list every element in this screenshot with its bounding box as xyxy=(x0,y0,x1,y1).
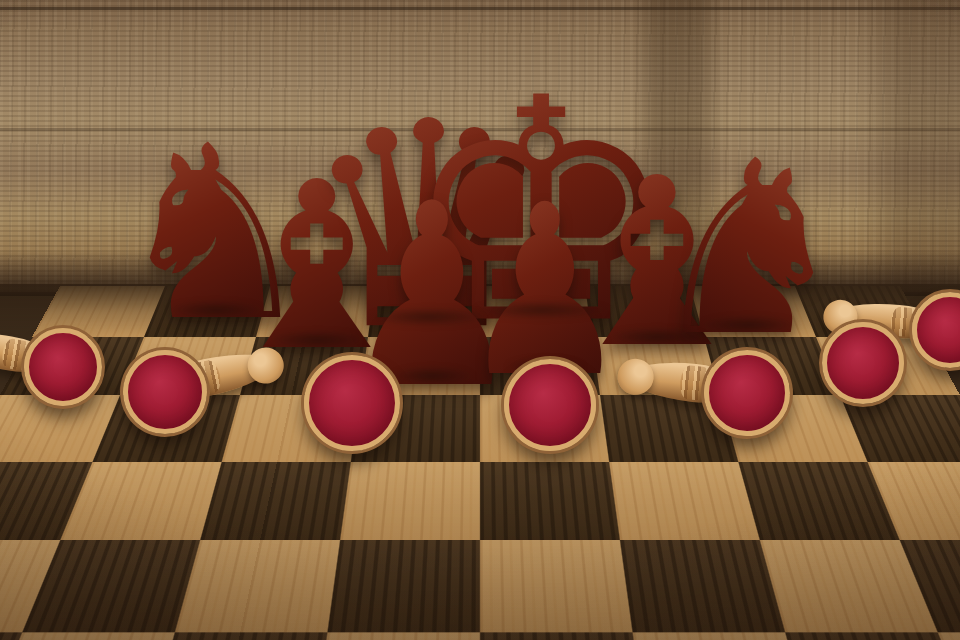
chess-photo-scene: ♞♝♛♚♝♞♟♟ xyxy=(0,0,960,640)
pawn-felt-base xyxy=(123,350,207,434)
pawn-felt-base xyxy=(704,350,790,436)
pawn-head-ball xyxy=(244,343,287,386)
fallen-pieces-layer xyxy=(0,0,960,640)
pawn-head-ball xyxy=(616,357,656,397)
pawn-felt-base xyxy=(24,328,102,406)
pawn-felt-base xyxy=(504,359,596,451)
pawn-felt-base xyxy=(304,355,400,451)
pawn-felt-base xyxy=(912,292,960,368)
pawn-felt-base xyxy=(822,322,904,404)
